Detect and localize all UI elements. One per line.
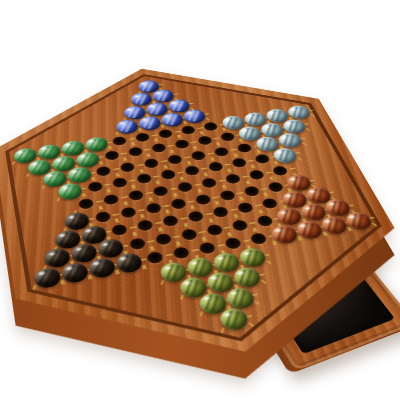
hole — [248, 169, 265, 180]
marble — [285, 105, 312, 121]
hole — [119, 162, 135, 173]
hole — [219, 132, 235, 142]
hole — [177, 181, 194, 193]
hole — [187, 210, 205, 222]
hole — [158, 128, 174, 138]
hole — [162, 215, 180, 228]
marble — [276, 132, 304, 149]
hole — [94, 211, 111, 223]
hole — [151, 143, 167, 154]
hole — [213, 146, 230, 157]
hole — [224, 173, 241, 184]
hole — [103, 194, 120, 206]
hole — [230, 158, 247, 169]
hole — [128, 237, 146, 250]
hole — [198, 242, 216, 255]
marble-olive[interactable] — [236, 247, 269, 269]
hole — [160, 169, 177, 180]
hole — [205, 224, 223, 237]
hole — [218, 189, 235, 201]
hole — [137, 219, 154, 232]
hole — [146, 251, 164, 265]
hole — [249, 232, 268, 245]
hole — [104, 150, 120, 161]
hole — [135, 132, 151, 142]
hole — [128, 189, 145, 201]
product-photo — [0, 0, 400, 400]
hole — [152, 185, 169, 197]
hole — [254, 154, 271, 165]
hole — [180, 125, 196, 135]
hole — [87, 181, 103, 193]
hole — [190, 150, 206, 161]
hole — [111, 224, 128, 237]
hole — [266, 181, 284, 193]
hole — [224, 237, 243, 250]
hole — [183, 165, 200, 176]
hole — [236, 143, 253, 154]
hole — [174, 139, 190, 149]
hole — [230, 219, 248, 232]
hole — [111, 177, 127, 188]
hole — [167, 154, 183, 165]
hole — [237, 202, 255, 214]
hole — [203, 121, 219, 131]
marble — [237, 247, 268, 269]
hole — [78, 198, 94, 210]
hole — [136, 173, 152, 184]
hole — [127, 147, 143, 158]
hole — [255, 215, 273, 228]
hole — [194, 193, 211, 205]
hole — [119, 206, 136, 218]
marble-teal[interactable] — [285, 105, 313, 120]
marble — [231, 266, 263, 289]
marble-black[interactable] — [32, 267, 63, 290]
hole — [207, 162, 224, 173]
hole — [242, 185, 260, 197]
hole — [145, 202, 162, 214]
hole — [143, 158, 159, 169]
marble — [33, 266, 62, 289]
board — [5, 0, 365, 395]
hole — [197, 136, 213, 146]
inlay-dash — [289, 168, 296, 170]
hole — [201, 177, 218, 188]
hole — [112, 136, 128, 146]
hole — [271, 165, 288, 176]
hole — [169, 198, 186, 210]
hole — [154, 233, 172, 246]
hole — [261, 198, 279, 210]
hole — [172, 246, 190, 259]
hole — [95, 166, 111, 177]
hole — [180, 228, 198, 241]
hole — [212, 206, 230, 218]
